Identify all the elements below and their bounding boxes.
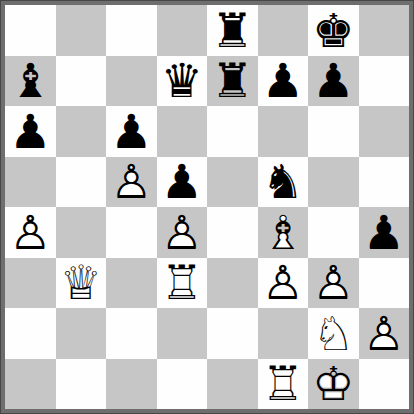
square-e2[interactable]	[207, 308, 258, 359]
piece-black-pawn[interactable]: ♟	[258, 56, 309, 107]
piece-white-pawn-fill: ♟	[308, 258, 359, 309]
square-g4[interactable]	[308, 207, 359, 258]
square-d7[interactable]: ♛	[157, 56, 208, 107]
square-d3[interactable]: ♜♖	[157, 258, 208, 309]
piece-white-pawn[interactable]: ♙	[258, 258, 309, 309]
square-c4[interactable]	[106, 207, 157, 258]
piece-white-rook-fill: ♜	[258, 359, 309, 410]
square-h4[interactable]: ♟	[359, 207, 410, 258]
piece-black-pawn[interactable]: ♟	[308, 56, 359, 107]
piece-white-pawn-fill: ♟	[359, 308, 410, 359]
square-a4[interactable]: ♟♙	[5, 207, 56, 258]
piece-white-queen[interactable]: ♕	[56, 258, 107, 309]
piece-white-pawn[interactable]: ♙	[106, 157, 157, 208]
square-h8[interactable]	[359, 5, 410, 56]
piece-white-pawn-fill: ♟	[157, 207, 208, 258]
square-h3[interactable]	[359, 258, 410, 309]
square-g6[interactable]	[308, 106, 359, 157]
square-h2[interactable]: ♟♙	[359, 308, 410, 359]
piece-black-bishop[interactable]: ♝	[5, 56, 56, 107]
board-frame: ♜♚♝♛♜♟♟♟♟♟♙♟♞♟♙♟♙♝♗♟♛♕♜♖♟♙♟♙♞♘♟♙♜♖♚♔	[0, 0, 414, 414]
piece-black-pawn[interactable]: ♟	[157, 157, 208, 208]
square-g3[interactable]: ♟♙	[308, 258, 359, 309]
square-h6[interactable]	[359, 106, 410, 157]
square-c3[interactable]	[106, 258, 157, 309]
square-d6[interactable]	[157, 106, 208, 157]
square-c1[interactable]	[106, 359, 157, 410]
square-b1[interactable]	[56, 359, 107, 410]
board-frame-inner: ♜♚♝♛♜♟♟♟♟♟♙♟♞♟♙♟♙♝♗♟♛♕♜♖♟♙♟♙♞♘♟♙♜♖♚♔	[1, 1, 413, 413]
square-e6[interactable]	[207, 106, 258, 157]
square-e1[interactable]	[207, 359, 258, 410]
square-f2[interactable]	[258, 308, 309, 359]
square-b4[interactable]	[56, 207, 107, 258]
chess-board: ♜♚♝♛♜♟♟♟♟♟♙♟♞♟♙♟♙♝♗♟♛♕♜♖♟♙♟♙♞♘♟♙♜♖♚♔	[5, 5, 409, 409]
piece-black-knight[interactable]: ♞	[258, 157, 309, 208]
square-f1[interactable]: ♜♖	[258, 359, 309, 410]
square-a7[interactable]: ♝	[5, 56, 56, 107]
square-a8[interactable]	[5, 5, 56, 56]
piece-white-pawn-fill: ♟	[5, 207, 56, 258]
piece-white-king[interactable]: ♔	[308, 359, 359, 410]
square-g5[interactable]	[308, 157, 359, 208]
square-c6[interactable]: ♟	[106, 106, 157, 157]
square-c2[interactable]	[106, 308, 157, 359]
square-d2[interactable]	[157, 308, 208, 359]
square-h7[interactable]	[359, 56, 410, 107]
square-a2[interactable]	[5, 308, 56, 359]
square-h1[interactable]	[359, 359, 410, 410]
piece-white-pawn[interactable]: ♙	[359, 308, 410, 359]
square-b7[interactable]	[56, 56, 107, 107]
square-f4[interactable]: ♝♗	[258, 207, 309, 258]
square-g7[interactable]: ♟	[308, 56, 359, 107]
square-d8[interactable]	[157, 5, 208, 56]
piece-black-pawn[interactable]: ♟	[106, 106, 157, 157]
square-a3[interactable]	[5, 258, 56, 309]
piece-black-king[interactable]: ♚	[308, 5, 359, 56]
piece-white-bishop[interactable]: ♗	[258, 207, 309, 258]
square-f5[interactable]: ♞	[258, 157, 309, 208]
square-g2[interactable]: ♞♘	[308, 308, 359, 359]
piece-white-rook[interactable]: ♖	[258, 359, 309, 410]
square-a1[interactable]	[5, 359, 56, 410]
square-e5[interactable]	[207, 157, 258, 208]
square-a6[interactable]: ♟	[5, 106, 56, 157]
square-c7[interactable]	[106, 56, 157, 107]
piece-black-pawn[interactable]: ♟	[5, 106, 56, 157]
square-e3[interactable]	[207, 258, 258, 309]
piece-white-king-fill: ♚	[308, 359, 359, 410]
piece-white-pawn-fill: ♟	[258, 258, 309, 309]
square-b8[interactable]	[56, 5, 107, 56]
piece-white-knight-fill: ♞	[308, 308, 359, 359]
square-f3[interactable]: ♟♙	[258, 258, 309, 309]
square-b6[interactable]	[56, 106, 107, 157]
piece-white-pawn-fill: ♟	[106, 157, 157, 208]
piece-white-pawn[interactable]: ♙	[157, 207, 208, 258]
piece-white-knight[interactable]: ♘	[308, 308, 359, 359]
square-c8[interactable]	[106, 5, 157, 56]
square-b3[interactable]: ♛♕	[56, 258, 107, 309]
piece-white-pawn[interactable]: ♙	[308, 258, 359, 309]
piece-white-bishop-fill: ♝	[258, 207, 309, 258]
piece-black-queen[interactable]: ♛	[157, 56, 208, 107]
square-c5[interactable]: ♟♙	[106, 157, 157, 208]
piece-black-pawn[interactable]: ♟	[359, 207, 410, 258]
square-e8[interactable]: ♜	[207, 5, 258, 56]
square-f7[interactable]: ♟	[258, 56, 309, 107]
square-e4[interactable]	[207, 207, 258, 258]
square-f6[interactable]	[258, 106, 309, 157]
piece-white-pawn[interactable]: ♙	[5, 207, 56, 258]
square-b5[interactable]	[56, 157, 107, 208]
square-d5[interactable]: ♟	[157, 157, 208, 208]
square-g8[interactable]: ♚	[308, 5, 359, 56]
piece-white-queen-fill: ♛	[56, 258, 107, 309]
square-e7[interactable]: ♜	[207, 56, 258, 107]
square-f8[interactable]	[258, 5, 309, 56]
piece-black-rook[interactable]: ♜	[207, 56, 258, 107]
square-b2[interactable]	[56, 308, 107, 359]
piece-white-rook[interactable]: ♖	[157, 258, 208, 309]
square-a5[interactable]	[5, 157, 56, 208]
square-d4[interactable]: ♟♙	[157, 207, 208, 258]
piece-black-rook[interactable]: ♜	[207, 5, 258, 56]
piece-white-rook-fill: ♜	[157, 258, 208, 309]
square-h5[interactable]	[359, 157, 410, 208]
square-d1[interactable]	[157, 359, 208, 410]
square-g1[interactable]: ♚♔	[308, 359, 359, 410]
